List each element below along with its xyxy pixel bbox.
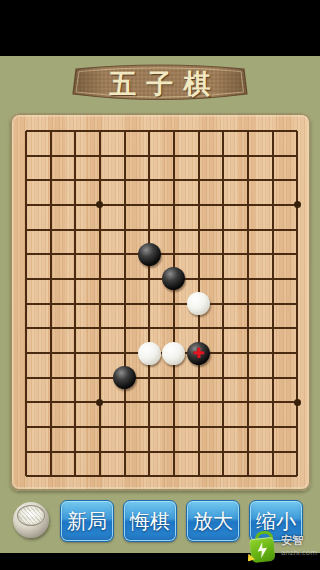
board-cell[interactable] bbox=[211, 464, 236, 489]
board-cell[interactable] bbox=[38, 193, 63, 218]
board-cell[interactable] bbox=[162, 390, 187, 415]
board-cell[interactable] bbox=[260, 439, 285, 464]
zoom-in-button[interactable]: 放大 bbox=[186, 500, 240, 542]
board-cell[interactable] bbox=[186, 316, 211, 341]
board-cell[interactable] bbox=[285, 193, 310, 218]
board-cell[interactable] bbox=[186, 267, 211, 292]
gomoku-app-screen: 五子棋 ✚ 新局悔棋放大缩小 安智 anzhi.com bbox=[0, 0, 320, 570]
board-cell[interactable] bbox=[38, 291, 63, 316]
board-cell[interactable] bbox=[137, 341, 162, 366]
board-cell[interactable] bbox=[63, 464, 88, 489]
undo-button[interactable]: 悔棋 bbox=[123, 500, 177, 542]
status-bar bbox=[0, 0, 320, 56]
white-stone bbox=[138, 342, 161, 365]
board-cell[interactable] bbox=[14, 316, 39, 341]
board-cell[interactable] bbox=[137, 168, 162, 193]
board-cell[interactable] bbox=[38, 267, 63, 292]
board-cell[interactable] bbox=[260, 341, 285, 366]
board-cell[interactable] bbox=[112, 193, 137, 218]
board-cell[interactable] bbox=[63, 168, 88, 193]
board-cell[interactable] bbox=[285, 267, 310, 292]
board-cell[interactable] bbox=[211, 390, 236, 415]
board-cell[interactable] bbox=[38, 168, 63, 193]
board-cell[interactable] bbox=[14, 193, 39, 218]
board-cell[interactable] bbox=[186, 242, 211, 267]
board-cell[interactable] bbox=[38, 341, 63, 366]
board-cell[interactable] bbox=[14, 143, 39, 168]
title-banner: 五子棋 bbox=[71, 62, 249, 104]
board-cell[interactable] bbox=[211, 193, 236, 218]
board-cell[interactable] bbox=[88, 119, 113, 144]
board-cell[interactable] bbox=[38, 390, 63, 415]
board-cell[interactable] bbox=[14, 267, 39, 292]
board-cell[interactable] bbox=[162, 341, 187, 366]
board-cell[interactable] bbox=[186, 193, 211, 218]
board-cell[interactable] bbox=[112, 316, 137, 341]
board-cell[interactable] bbox=[14, 119, 39, 144]
black-stone bbox=[162, 267, 185, 290]
board-cell[interactable] bbox=[236, 365, 261, 390]
board-cell[interactable] bbox=[63, 267, 88, 292]
board-cell[interactable] bbox=[236, 390, 261, 415]
board-cell[interactable]: ✚ bbox=[186, 341, 211, 366]
watermark: 安智 anzhi.com bbox=[281, 533, 317, 557]
black-stone bbox=[138, 243, 161, 266]
app-title: 五子棋 bbox=[71, 66, 249, 102]
board-cell[interactable] bbox=[236, 217, 261, 242]
board-cell[interactable] bbox=[186, 168, 211, 193]
board-cell[interactable] bbox=[260, 217, 285, 242]
board-cell[interactable] bbox=[137, 242, 162, 267]
board-cell[interactable] bbox=[112, 341, 137, 366]
board-cell[interactable] bbox=[186, 415, 211, 440]
board-cell[interactable] bbox=[236, 242, 261, 267]
board-cell[interactable] bbox=[38, 119, 63, 144]
board-cell[interactable] bbox=[162, 267, 187, 292]
board-cell[interactable] bbox=[38, 316, 63, 341]
board-cell[interactable] bbox=[88, 143, 113, 168]
board-cell[interactable] bbox=[112, 242, 137, 267]
board-cell[interactable] bbox=[260, 464, 285, 489]
board-cell[interactable] bbox=[162, 119, 187, 144]
board-cell[interactable] bbox=[285, 341, 310, 366]
board-cell[interactable] bbox=[211, 291, 236, 316]
watermark-subtext: anzhi.com bbox=[281, 549, 317, 557]
star-point bbox=[294, 201, 301, 208]
board-cell[interactable] bbox=[162, 143, 187, 168]
board-cell[interactable] bbox=[63, 242, 88, 267]
board-cell[interactable] bbox=[211, 365, 236, 390]
board-cell[interactable] bbox=[236, 291, 261, 316]
board-cell[interactable] bbox=[112, 365, 137, 390]
board-cell[interactable] bbox=[112, 267, 137, 292]
new-game-button[interactable]: 新局 bbox=[60, 500, 114, 542]
board-cell[interactable] bbox=[211, 119, 236, 144]
board-cell[interactable] bbox=[162, 439, 187, 464]
board-cell[interactable] bbox=[236, 341, 261, 366]
board-cell[interactable] bbox=[112, 415, 137, 440]
board-cell[interactable] bbox=[162, 242, 187, 267]
board-cell[interactable] bbox=[63, 193, 88, 218]
board-cell[interactable] bbox=[137, 291, 162, 316]
star-point bbox=[96, 399, 103, 406]
board-cell[interactable] bbox=[186, 291, 211, 316]
board-cell[interactable] bbox=[137, 316, 162, 341]
board-cell[interactable] bbox=[88, 267, 113, 292]
board-cell[interactable] bbox=[260, 365, 285, 390]
board-cell[interactable] bbox=[38, 217, 63, 242]
board-cell[interactable] bbox=[260, 390, 285, 415]
board-cell[interactable] bbox=[211, 316, 236, 341]
board-cell[interactable] bbox=[88, 168, 113, 193]
board-cell[interactable] bbox=[14, 365, 39, 390]
board-cell[interactable] bbox=[186, 390, 211, 415]
board-cell[interactable] bbox=[38, 242, 63, 267]
board-cell[interactable] bbox=[137, 390, 162, 415]
board-cell[interactable] bbox=[236, 316, 261, 341]
board-cell[interactable] bbox=[285, 291, 310, 316]
board-cell[interactable] bbox=[38, 464, 63, 489]
board-cell[interactable] bbox=[112, 168, 137, 193]
board-cell[interactable] bbox=[162, 168, 187, 193]
white-stone bbox=[187, 292, 210, 315]
board-cell[interactable] bbox=[88, 464, 113, 489]
stone-bowl-opening bbox=[17, 505, 45, 526]
board-cell[interactable] bbox=[162, 193, 187, 218]
board-cell[interactable] bbox=[186, 143, 211, 168]
board-cell[interactable] bbox=[88, 242, 113, 267]
board-cell[interactable] bbox=[260, 168, 285, 193]
black-stone bbox=[113, 366, 136, 389]
watermark-text: 安智 bbox=[281, 533, 317, 548]
board-cell[interactable] bbox=[186, 439, 211, 464]
board-cell[interactable] bbox=[260, 119, 285, 144]
board-cell[interactable] bbox=[236, 464, 261, 489]
board-cell[interactable] bbox=[285, 365, 310, 390]
board-cell[interactable] bbox=[285, 316, 310, 341]
board-cell[interactable] bbox=[14, 415, 39, 440]
board-cell[interactable] bbox=[88, 316, 113, 341]
board-cell[interactable] bbox=[88, 390, 113, 415]
board-cell[interactable] bbox=[63, 415, 88, 440]
board-cell[interactable] bbox=[186, 365, 211, 390]
board-cell[interactable] bbox=[137, 193, 162, 218]
board-cell[interactable] bbox=[285, 119, 310, 144]
board-cell[interactable] bbox=[112, 439, 137, 464]
board-cell[interactable] bbox=[137, 439, 162, 464]
board-cell[interactable] bbox=[63, 291, 88, 316]
board-cell[interactable] bbox=[88, 365, 113, 390]
board-cell[interactable] bbox=[260, 316, 285, 341]
star-point bbox=[294, 399, 301, 406]
board-cell[interactable] bbox=[14, 291, 39, 316]
board-cell[interactable] bbox=[236, 193, 261, 218]
board-cell[interactable] bbox=[137, 119, 162, 144]
board-cell[interactable] bbox=[186, 119, 211, 144]
board-cell[interactable] bbox=[63, 316, 88, 341]
board-cell[interactable] bbox=[38, 143, 63, 168]
board-cell[interactable] bbox=[88, 193, 113, 218]
board-cell[interactable] bbox=[112, 119, 137, 144]
board-cell[interactable] bbox=[137, 143, 162, 168]
board-cell[interactable] bbox=[137, 365, 162, 390]
board-cell[interactable] bbox=[162, 464, 187, 489]
board-cell[interactable] bbox=[211, 267, 236, 292]
last-move-cross-icon: ✚ bbox=[193, 346, 205, 360]
board-cell[interactable] bbox=[14, 341, 39, 366]
board-cell[interactable] bbox=[162, 291, 187, 316]
board-cell[interactable] bbox=[285, 217, 310, 242]
board-cell[interactable] bbox=[137, 464, 162, 489]
board-cell[interactable] bbox=[211, 168, 236, 193]
board-cell[interactable] bbox=[88, 217, 113, 242]
board-cell[interactable] bbox=[63, 341, 88, 366]
board-cell[interactable] bbox=[14, 464, 39, 489]
anzhi-market-bag-icon bbox=[244, 527, 280, 564]
board-cell[interactable] bbox=[137, 267, 162, 292]
board-cell[interactable] bbox=[186, 217, 211, 242]
board-cell[interactable] bbox=[211, 415, 236, 440]
board-cell[interactable] bbox=[88, 341, 113, 366]
board-cell[interactable] bbox=[285, 390, 310, 415]
board-cell[interactable] bbox=[38, 365, 63, 390]
board-cell[interactable] bbox=[162, 415, 187, 440]
board-cell[interactable] bbox=[211, 341, 236, 366]
board-cell[interactable] bbox=[211, 439, 236, 464]
board-cell[interactable] bbox=[260, 291, 285, 316]
board-cell[interactable] bbox=[63, 439, 88, 464]
board-cell[interactable] bbox=[137, 415, 162, 440]
board-cell[interactable] bbox=[88, 291, 113, 316]
black-stone: ✚ bbox=[187, 342, 210, 365]
board-cell[interactable] bbox=[63, 365, 88, 390]
board-cell[interactable] bbox=[14, 168, 39, 193]
board-cell[interactable] bbox=[88, 439, 113, 464]
board-cell[interactable] bbox=[236, 143, 261, 168]
board-cell[interactable] bbox=[285, 415, 310, 440]
board-cell[interactable] bbox=[285, 242, 310, 267]
board-cell[interactable] bbox=[38, 415, 63, 440]
board-cell[interactable] bbox=[236, 439, 261, 464]
board-cell[interactable] bbox=[112, 390, 137, 415]
board-cell[interactable] bbox=[236, 119, 261, 144]
board-cell[interactable] bbox=[285, 168, 310, 193]
board-cell[interactable] bbox=[260, 193, 285, 218]
board-cell[interactable] bbox=[211, 217, 236, 242]
board-cell[interactable] bbox=[285, 143, 310, 168]
game-board[interactable]: ✚ bbox=[10, 113, 311, 491]
board-cell[interactable] bbox=[186, 464, 211, 489]
board-cell[interactable] bbox=[88, 415, 113, 440]
board-cell[interactable] bbox=[162, 365, 187, 390]
star-point bbox=[96, 201, 103, 208]
board-cell[interactable] bbox=[285, 464, 310, 489]
board-cell[interactable] bbox=[285, 439, 310, 464]
board-cell[interactable] bbox=[63, 143, 88, 168]
board-cell[interactable] bbox=[211, 143, 236, 168]
board-cell[interactable] bbox=[260, 242, 285, 267]
board-cell[interactable] bbox=[14, 390, 39, 415]
board-cell[interactable] bbox=[63, 119, 88, 144]
board-grid: ✚ bbox=[14, 119, 310, 489]
board-cell[interactable] bbox=[236, 168, 261, 193]
board-cell[interactable] bbox=[260, 143, 285, 168]
board-cell[interactable] bbox=[63, 217, 88, 242]
board-cell[interactable] bbox=[112, 291, 137, 316]
board-cell[interactable] bbox=[38, 439, 63, 464]
board-cell[interactable] bbox=[211, 242, 236, 267]
board-cell[interactable] bbox=[162, 316, 187, 341]
board-cell[interactable] bbox=[137, 217, 162, 242]
white-stone bbox=[162, 342, 185, 365]
board-cell[interactable] bbox=[112, 143, 137, 168]
board-cell[interactable] bbox=[14, 217, 39, 242]
board-cell[interactable] bbox=[260, 415, 285, 440]
board-cell[interactable] bbox=[63, 390, 88, 415]
stone-bowl-icon bbox=[13, 502, 49, 538]
board-cell[interactable] bbox=[236, 415, 261, 440]
board-cell[interactable] bbox=[112, 217, 137, 242]
board-cell[interactable] bbox=[236, 267, 261, 292]
board-cell[interactable] bbox=[162, 217, 187, 242]
board-cell[interactable] bbox=[14, 439, 39, 464]
board-cell[interactable] bbox=[260, 267, 285, 292]
board-cell[interactable] bbox=[14, 242, 39, 267]
board-cell[interactable] bbox=[112, 464, 137, 489]
